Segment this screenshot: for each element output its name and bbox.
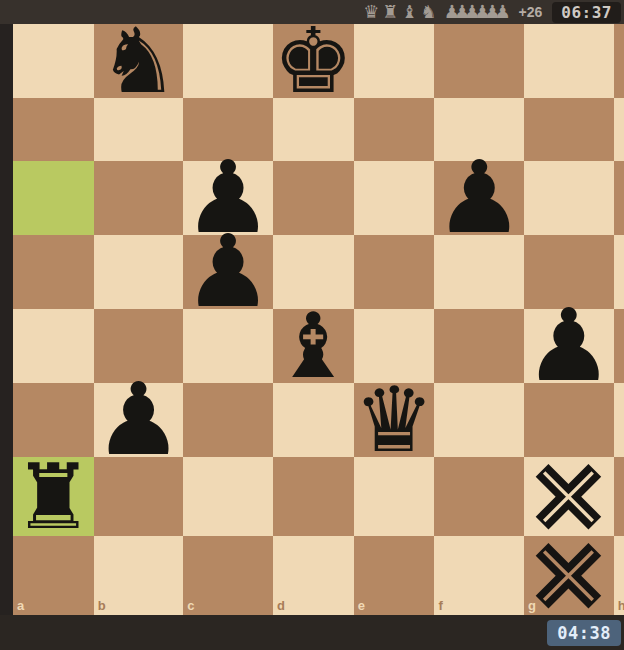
top-player-bar: ♛♜♝♞♟♟♟♟♟♟ +26 06:37 bbox=[0, 0, 624, 24]
square-c5[interactable]: ♟ bbox=[183, 235, 273, 309]
square-a5[interactable] bbox=[13, 235, 94, 309]
square-f8[interactable] bbox=[434, 24, 524, 98]
black-pawn[interactable]: ♟ bbox=[94, 383, 184, 457]
blocked-square-x-icon bbox=[619, 462, 624, 531]
square-h5[interactable]: 5 bbox=[614, 235, 624, 309]
square-a3[interactable] bbox=[13, 383, 94, 457]
square-f3[interactable] bbox=[434, 383, 524, 457]
game-screen: ♛♜♝♞♟♟♟♟♟♟ +26 06:37 ♞♚87♟♟♟6♟5♝♟4♟♛3♜2a… bbox=[0, 0, 624, 650]
material-advantage: +26 bbox=[519, 4, 543, 20]
square-b8[interactable]: ♞ bbox=[94, 24, 184, 98]
black-pawn[interactable]: ♟ bbox=[434, 161, 524, 235]
square-b5[interactable] bbox=[94, 235, 184, 309]
square-f6[interactable]: ♟ bbox=[434, 161, 524, 235]
square-c1[interactable]: c bbox=[183, 536, 273, 615]
square-f2[interactable] bbox=[434, 457, 524, 536]
square-g8[interactable] bbox=[524, 24, 614, 98]
black-knight[interactable]: ♞ bbox=[98, 24, 179, 98]
square-h1[interactable]: ♔1h bbox=[614, 536, 624, 615]
square-b3[interactable]: ♟ bbox=[94, 383, 184, 457]
square-e1[interactable]: e bbox=[354, 536, 435, 615]
square-a2[interactable]: ♜ bbox=[13, 457, 94, 536]
square-f1[interactable]: f bbox=[434, 536, 524, 615]
black-pawn[interactable]: ♟ bbox=[183, 235, 273, 309]
file-label-h: h bbox=[618, 598, 624, 613]
square-g5[interactable] bbox=[524, 235, 614, 309]
square-g3[interactable] bbox=[524, 383, 614, 457]
black-bishop[interactable]: ♝ bbox=[273, 309, 354, 383]
square-d8[interactable]: ♚ bbox=[273, 24, 354, 98]
top-clock: 06:37 bbox=[552, 2, 621, 23]
square-d7[interactable] bbox=[273, 98, 354, 161]
square-h8[interactable]: 8 bbox=[614, 24, 624, 98]
square-e5[interactable] bbox=[354, 235, 435, 309]
captured-rook-icon: ♜ bbox=[382, 0, 398, 24]
square-g1[interactable]: g bbox=[524, 536, 614, 615]
square-c8[interactable] bbox=[183, 24, 273, 98]
captured-pawn-icon: ♟ bbox=[494, 0, 510, 24]
square-c2[interactable] bbox=[183, 457, 273, 536]
file-label-b: b bbox=[98, 598, 106, 613]
captured-knight-icon: ♞ bbox=[421, 0, 437, 24]
square-d4[interactable]: ♝ bbox=[273, 309, 354, 383]
square-e6[interactable] bbox=[354, 161, 435, 235]
square-c4[interactable] bbox=[183, 309, 273, 383]
square-a1[interactable]: a bbox=[13, 536, 94, 615]
blocked-square-x-icon bbox=[529, 462, 608, 531]
square-h2[interactable]: 2 bbox=[614, 457, 624, 536]
square-h6[interactable]: ♟6 bbox=[614, 161, 624, 235]
square-d6[interactable] bbox=[273, 161, 354, 235]
square-e3[interactable]: ♛ bbox=[354, 383, 435, 457]
square-g7[interactable] bbox=[524, 98, 614, 161]
square-c7[interactable] bbox=[183, 98, 273, 161]
square-c3[interactable] bbox=[183, 383, 273, 457]
square-d3[interactable] bbox=[273, 383, 354, 457]
white-king[interactable]: ♔ bbox=[618, 539, 624, 613]
square-f7[interactable] bbox=[434, 98, 524, 161]
square-a8[interactable] bbox=[13, 24, 94, 98]
file-label-a: a bbox=[17, 598, 24, 613]
black-pawn[interactable]: ♟ bbox=[614, 161, 624, 235]
square-d2[interactable] bbox=[273, 457, 354, 536]
square-h7[interactable]: 7 bbox=[614, 98, 624, 161]
square-g4[interactable]: ♟ bbox=[524, 309, 614, 383]
bottom-clock: 04:38 bbox=[547, 620, 621, 646]
square-b1[interactable]: b bbox=[94, 536, 184, 615]
square-b4[interactable] bbox=[94, 309, 184, 383]
file-label-c: c bbox=[187, 598, 194, 613]
black-pawn[interactable]: ♟ bbox=[183, 161, 273, 235]
square-h3[interactable]: 3 bbox=[614, 383, 624, 457]
chess-board[interactable]: ♞♚87♟♟♟6♟5♝♟4♟♛3♜2abcdefg♔1h bbox=[13, 24, 612, 615]
captured-queen-icon: ♛ bbox=[363, 0, 379, 24]
square-e4[interactable] bbox=[354, 309, 435, 383]
square-g2[interactable] bbox=[524, 457, 614, 536]
square-a4[interactable] bbox=[13, 309, 94, 383]
black-king[interactable]: ♚ bbox=[273, 24, 354, 98]
black-rook[interactable]: ♜ bbox=[13, 460, 94, 534]
black-pawn[interactable]: ♟ bbox=[524, 309, 614, 383]
square-f5[interactable] bbox=[434, 235, 524, 309]
file-label-e: e bbox=[358, 598, 365, 613]
square-e7[interactable] bbox=[354, 98, 435, 161]
square-g6[interactable] bbox=[524, 161, 614, 235]
file-label-f: f bbox=[438, 598, 442, 613]
square-d5[interactable] bbox=[273, 235, 354, 309]
black-queen[interactable]: ♛ bbox=[354, 383, 435, 457]
square-c6[interactable]: ♟ bbox=[183, 161, 273, 235]
bottom-bar: 04:38 bbox=[0, 615, 624, 650]
square-f4[interactable] bbox=[434, 309, 524, 383]
captured-bishop-icon: ♝ bbox=[401, 0, 417, 24]
square-b6[interactable] bbox=[94, 161, 184, 235]
square-h4[interactable]: 4 bbox=[614, 309, 624, 383]
square-a7[interactable] bbox=[13, 98, 94, 161]
file-label-d: d bbox=[277, 598, 285, 613]
square-a6[interactable] bbox=[13, 161, 94, 235]
square-e8[interactable] bbox=[354, 24, 435, 98]
captured-pieces-tray: ♛♜♝♞♟♟♟♟♟♟ bbox=[363, 0, 504, 24]
square-d1[interactable]: d bbox=[273, 536, 354, 615]
square-b2[interactable] bbox=[94, 457, 184, 536]
square-e2[interactable] bbox=[354, 457, 435, 536]
blocked-square-x-icon bbox=[529, 541, 608, 610]
square-b7[interactable] bbox=[94, 98, 184, 161]
